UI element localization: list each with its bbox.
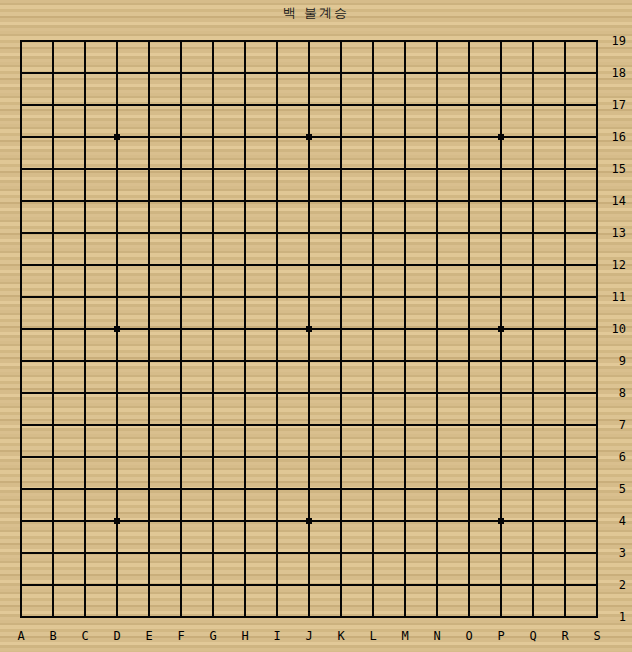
column-label-I: I <box>261 629 293 643</box>
row-label-1: 1 <box>602 610 626 624</box>
column-label-Q: Q <box>517 629 549 643</box>
row-label-4: 4 <box>602 514 626 528</box>
row-label-13: 13 <box>602 226 626 240</box>
row-label-15: 15 <box>602 162 626 176</box>
row-labels: 19181716151413121110987654321 <box>602 0 626 652</box>
row-label-2: 2 <box>602 578 626 592</box>
row-label-8: 8 <box>602 386 626 400</box>
column-labels: ABCDEFGHIJKLMNOPQRS <box>0 629 632 643</box>
column-label-E: E <box>133 629 165 643</box>
column-label-D: D <box>101 629 133 643</box>
column-label-A: A <box>5 629 37 643</box>
column-label-C: C <box>69 629 101 643</box>
star-point-J10 <box>306 326 312 332</box>
star-point-P4 <box>498 518 504 524</box>
row-label-9: 9 <box>602 354 626 368</box>
row-label-16: 16 <box>602 130 626 144</box>
row-label-14: 14 <box>602 194 626 208</box>
row-label-18: 18 <box>602 66 626 80</box>
star-point-D4 <box>114 518 120 524</box>
row-label-5: 5 <box>602 482 626 496</box>
star-point-D10 <box>114 326 120 332</box>
star-point-P16 <box>498 134 504 140</box>
star-point-P10 <box>498 326 504 332</box>
column-label-K: K <box>325 629 357 643</box>
column-label-B: B <box>37 629 69 643</box>
row-label-12: 12 <box>602 258 626 272</box>
column-label-P: P <box>485 629 517 643</box>
row-label-3: 3 <box>602 546 626 560</box>
column-label-L: L <box>357 629 389 643</box>
row-label-7: 7 <box>602 418 626 432</box>
star-point-D16 <box>114 134 120 140</box>
row-label-17: 17 <box>602 98 626 112</box>
row-label-11: 11 <box>602 290 626 304</box>
row-label-10: 10 <box>602 322 626 336</box>
star-point-J16 <box>306 134 312 140</box>
go-game-viewer: { "game": "go", "title": "백 불계승", "resul… <box>0 0 632 652</box>
column-label-J: J <box>293 629 325 643</box>
column-label-O: O <box>453 629 485 643</box>
result-title: 백 불계승 <box>0 4 632 22</box>
row-label-19: 19 <box>602 34 626 48</box>
column-label-N: N <box>421 629 453 643</box>
column-label-H: H <box>229 629 261 643</box>
go-board[interactable] <box>20 40 598 618</box>
row-label-6: 6 <box>602 450 626 464</box>
column-label-F: F <box>165 629 197 643</box>
column-label-M: M <box>389 629 421 643</box>
column-label-R: R <box>549 629 581 643</box>
star-point-J4 <box>306 518 312 524</box>
column-label-G: G <box>197 629 229 643</box>
